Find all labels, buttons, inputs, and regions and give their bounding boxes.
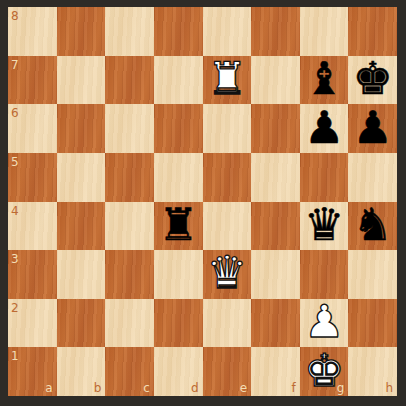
square-d4[interactable]: ♜ [154,202,203,251]
square-h4[interactable]: ♞ [348,202,397,251]
square-c2[interactable] [105,299,154,348]
square-h5[interactable] [348,153,397,202]
piece-black-king-h7[interactable]: ♚ [348,56,397,105]
square-c6[interactable] [105,104,154,153]
square-c8[interactable] [105,7,154,56]
square-b7[interactable] [57,56,106,105]
square-h3[interactable] [348,250,397,299]
square-f8[interactable] [251,7,300,56]
board-frame: 87♜♝♚6♟♟54♜♛♞3♛2♟1abcdefg♚h [0,0,406,406]
square-b1[interactable]: b [57,347,106,396]
square-g1[interactable]: g♚ [300,347,349,396]
piece-black-pawn-g6[interactable]: ♟ [300,104,349,153]
square-a1[interactable]: 1a [8,347,57,396]
square-f1[interactable]: f [251,347,300,396]
square-b6[interactable] [57,104,106,153]
file-label-a: a [45,382,52,394]
square-c3[interactable] [105,250,154,299]
piece-black-rook-d4[interactable]: ♜ [154,202,203,251]
square-d8[interactable] [154,7,203,56]
square-a7[interactable]: 7 [8,56,57,105]
square-c7[interactable] [105,56,154,105]
square-d2[interactable] [154,299,203,348]
rank-label-7: 7 [11,59,19,71]
square-e4[interactable] [203,202,252,251]
square-h1[interactable]: h [348,347,397,396]
square-e5[interactable] [203,153,252,202]
square-g3[interactable] [300,250,349,299]
square-e1[interactable]: e [203,347,252,396]
square-h6[interactable]: ♟ [348,104,397,153]
square-a6[interactable]: 6 [8,104,57,153]
square-b8[interactable] [57,7,106,56]
chess-board: 87♜♝♚6♟♟54♜♛♞3♛2♟1abcdefg♚h [8,7,397,396]
square-g6[interactable]: ♟ [300,104,349,153]
square-d7[interactable] [154,56,203,105]
square-g4[interactable]: ♛ [300,202,349,251]
square-a3[interactable]: 3 [8,250,57,299]
square-h8[interactable] [348,7,397,56]
file-label-d: d [191,382,199,394]
square-c1[interactable]: c [105,347,154,396]
square-e2[interactable] [203,299,252,348]
square-g7[interactable]: ♝ [300,56,349,105]
rank-label-2: 2 [11,302,19,314]
piece-white-king-g1[interactable]: ♚ [300,347,349,396]
square-g2[interactable]: ♟ [300,299,349,348]
square-b4[interactable] [57,202,106,251]
file-label-f: f [292,382,296,394]
square-h2[interactable] [348,299,397,348]
square-f5[interactable] [251,153,300,202]
file-label-c: c [143,382,150,394]
square-f2[interactable] [251,299,300,348]
square-a5[interactable]: 5 [8,153,57,202]
rank-label-1: 1 [11,350,19,362]
piece-white-queen-e3[interactable]: ♛ [203,250,252,299]
square-b5[interactable] [57,153,106,202]
square-e7[interactable]: ♜ [203,56,252,105]
square-c4[interactable] [105,202,154,251]
square-c5[interactable] [105,153,154,202]
square-b2[interactable] [57,299,106,348]
square-g8[interactable] [300,7,349,56]
square-d6[interactable] [154,104,203,153]
square-f6[interactable] [251,104,300,153]
piece-black-pawn-h6[interactable]: ♟ [348,104,397,153]
square-d3[interactable] [154,250,203,299]
square-a8[interactable]: 8 [8,7,57,56]
square-e3[interactable]: ♛ [203,250,252,299]
square-e6[interactable] [203,104,252,153]
rank-label-5: 5 [11,156,19,168]
square-d5[interactable] [154,153,203,202]
piece-black-queen-g4[interactable]: ♛ [300,202,349,251]
square-h7[interactable]: ♚ [348,56,397,105]
piece-white-rook-e7[interactable]: ♜ [203,56,252,105]
file-label-h: h [385,382,393,394]
piece-black-bishop-g7[interactable]: ♝ [300,56,349,105]
rank-label-8: 8 [11,10,19,22]
file-label-b: b [94,382,102,394]
square-b3[interactable] [57,250,106,299]
square-f4[interactable] [251,202,300,251]
square-d1[interactable]: d [154,347,203,396]
square-a2[interactable]: 2 [8,299,57,348]
piece-white-pawn-g2[interactable]: ♟ [300,299,349,348]
square-f3[interactable] [251,250,300,299]
rank-label-6: 6 [11,107,19,119]
square-f7[interactable] [251,56,300,105]
rank-label-4: 4 [11,205,19,217]
square-e8[interactable] [203,7,252,56]
file-label-e: e [240,382,247,394]
rank-label-3: 3 [11,253,19,265]
square-a4[interactable]: 4 [8,202,57,251]
square-g5[interactable] [300,153,349,202]
piece-black-knight-h4[interactable]: ♞ [348,202,397,251]
